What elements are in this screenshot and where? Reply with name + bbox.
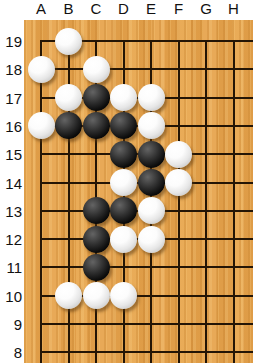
row-label-12: 12 (0, 231, 22, 248)
stone-black-E14[interactable] (138, 169, 165, 196)
stone-black-D16[interactable] (110, 112, 137, 139)
column-label-G: G (200, 0, 212, 18)
grid-hline-8 (40, 351, 253, 353)
row-label-19: 19 (0, 33, 22, 50)
stone-white-C10[interactable] (83, 282, 110, 309)
row-label-16: 16 (0, 117, 22, 134)
column-label-F: F (174, 0, 183, 18)
row-label-8: 8 (0, 344, 22, 361)
stone-white-B19[interactable] (55, 28, 82, 55)
stone-white-E17[interactable] (138, 84, 165, 111)
row-label-11: 11 (0, 259, 22, 276)
stone-black-D13[interactable] (110, 197, 137, 224)
stone-white-B17[interactable] (55, 84, 82, 111)
grid-vline-H (233, 40, 235, 363)
stone-black-C16[interactable] (83, 112, 110, 139)
stone-white-E13[interactable] (138, 197, 165, 224)
row-label-15: 15 (0, 146, 22, 163)
row-label-9: 9 (0, 316, 22, 333)
row-label-17: 17 (0, 89, 22, 106)
grid-hline-9 (40, 323, 253, 325)
column-label-A: A (36, 0, 46, 18)
stone-white-D10[interactable] (110, 282, 137, 309)
stone-black-C11[interactable] (83, 254, 110, 281)
stone-black-C17[interactable] (83, 84, 110, 111)
stone-black-C13[interactable] (83, 197, 110, 224)
stone-white-D12[interactable] (110, 226, 137, 253)
stone-white-F14[interactable] (165, 169, 192, 196)
row-label-10: 10 (0, 287, 22, 304)
grid-vline-A (40, 40, 42, 363)
row-label-14: 14 (0, 174, 22, 191)
goban[interactable] (24, 20, 253, 363)
grid-vline-F (178, 40, 180, 363)
stone-black-E15[interactable] (138, 141, 165, 168)
column-label-H: H (228, 0, 239, 18)
stone-white-B10[interactable] (55, 282, 82, 309)
grid-hline-11 (40, 266, 253, 268)
stone-white-A16[interactable] (28, 112, 55, 139)
column-label-D: D (118, 0, 129, 18)
stone-white-E16[interactable] (138, 112, 165, 139)
stone-white-C18[interactable] (83, 56, 110, 83)
stone-white-A18[interactable] (28, 56, 55, 83)
column-label-B: B (63, 0, 73, 18)
row-label-13: 13 (0, 202, 22, 219)
column-label-E: E (146, 0, 156, 18)
grid-vline-G (205, 40, 207, 363)
go-diagram: ABCDEFGH1918171615141312111098 (0, 0, 253, 363)
stone-black-B16[interactable] (55, 112, 82, 139)
column-label-C: C (91, 0, 102, 18)
stone-white-D17[interactable] (110, 84, 137, 111)
row-label-18: 18 (0, 61, 22, 78)
stone-black-C12[interactable] (83, 226, 110, 253)
grid-hline-18 (40, 68, 253, 70)
stone-black-D15[interactable] (110, 141, 137, 168)
stone-white-F15[interactable] (165, 141, 192, 168)
stone-white-D14[interactable] (110, 169, 137, 196)
stone-white-E12[interactable] (138, 226, 165, 253)
